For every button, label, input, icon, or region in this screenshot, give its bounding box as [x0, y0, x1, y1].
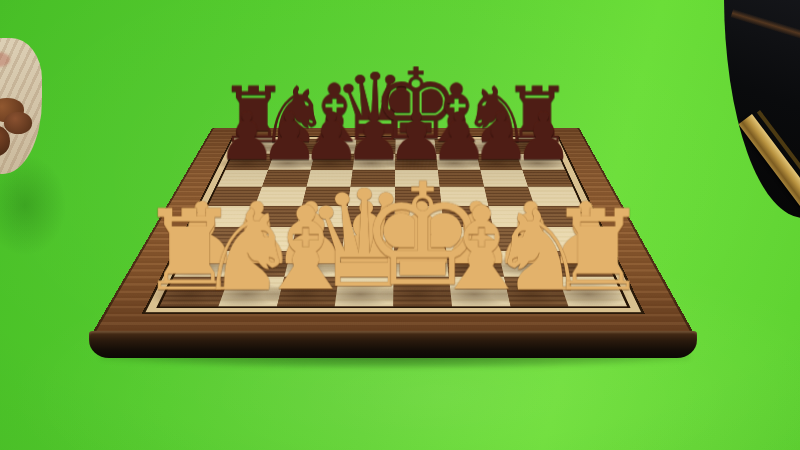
piece-white-rook: ♜ [548, 195, 648, 307]
photo-stage: ♜♞♝♛♚♝♞♜♟♟♟♟♟♟♟♟♟♟♟♟♟♟♟♟♜♞♝♛♚♝♞♜ [0, 0, 800, 450]
square-h7: ♟ [517, 154, 565, 170]
chess-board: ♜♞♝♛♚♝♞♜♟♟♟♟♟♟♟♟♟♟♟♟♟♟♟♟♜♞♝♛♚♝♞♜ [91, 128, 695, 335]
piece-black-pawn: ♟ [514, 104, 573, 170]
board-scene: ♜♞♝♛♚♝♞♜♟♟♟♟♟♟♟♟♟♟♟♟♟♟♟♟♜♞♝♛♚♝♞♜ [0, 0, 800, 450]
square-h1: ♜ [559, 277, 627, 307]
playing-area: ♜♞♝♛♚♝♞♜♟♟♟♟♟♟♟♟♟♟♟♟♟♟♟♟♜♞♝♛♚♝♞♜ [156, 139, 630, 308]
board-front-molding [89, 331, 697, 358]
